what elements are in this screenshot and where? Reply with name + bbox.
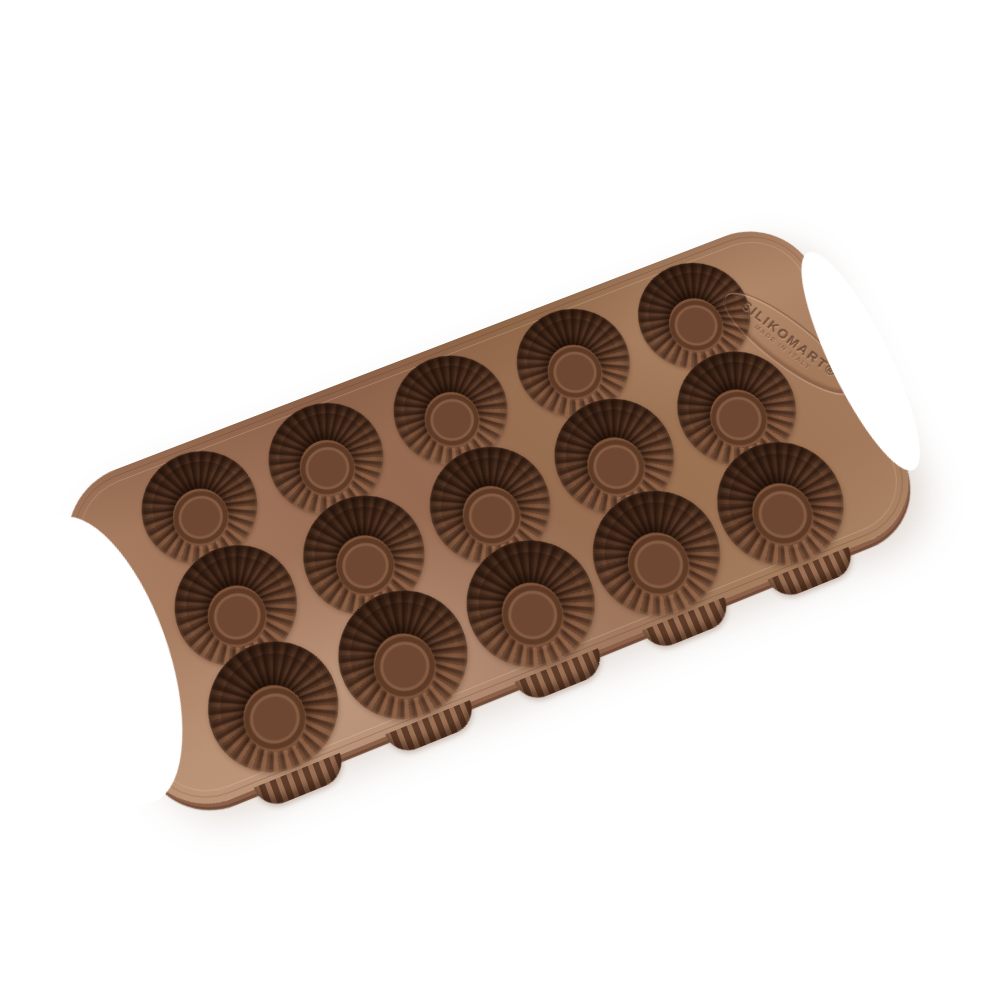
mold-tray: SILIKOMART® MADE IN ITALY xyxy=(50,213,932,826)
product-photo: SILIKOMART® MADE IN ITALY xyxy=(0,0,1000,1000)
